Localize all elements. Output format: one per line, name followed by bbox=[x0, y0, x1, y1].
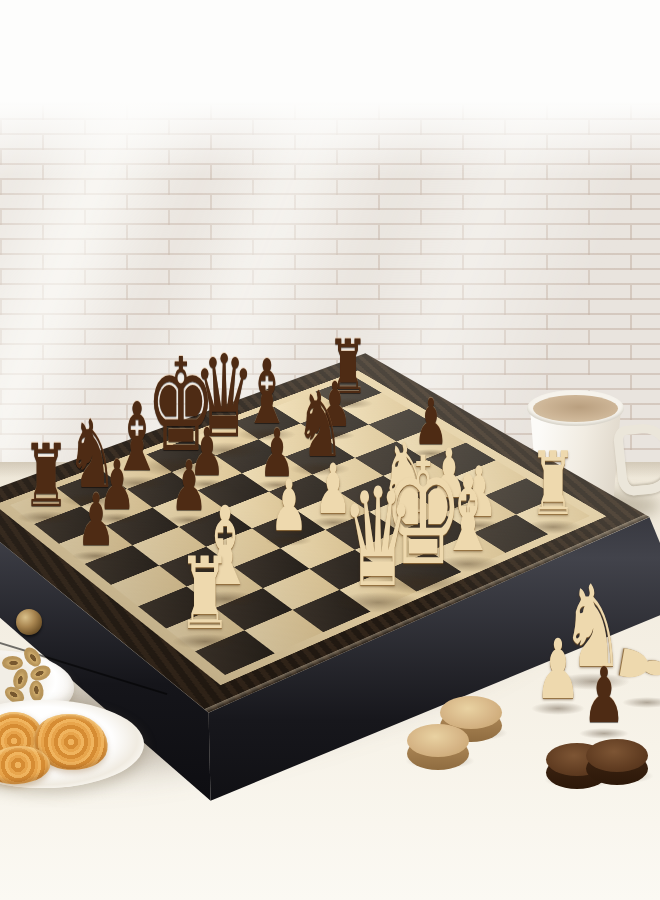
coffee-cup-handle bbox=[613, 421, 660, 497]
drawer-knob bbox=[16, 609, 42, 635]
piece-white-queen-d1[interactable]: ♛ bbox=[341, 469, 414, 605]
piece-black-pawn-a6[interactable]: ♟ bbox=[76, 486, 115, 558]
scene: ♜♞♝♚♛♝♜♟♟♟♟♟♟♞♟♟♟♝♞♟♜♟♛♚♝♜ ♞♟♟♟ bbox=[0, 0, 660, 900]
piece-black-pawn-loose[interactable]: ♟ bbox=[583, 658, 626, 735]
checker-top bbox=[586, 739, 648, 772]
piece-black-rook-a8[interactable]: ♜ bbox=[22, 433, 69, 520]
checker-disc-dark[interactable] bbox=[586, 739, 648, 787]
checker-top bbox=[407, 724, 469, 757]
coffee-surface bbox=[533, 395, 618, 422]
piece-white-pawn-d4[interactable]: ♟ bbox=[270, 472, 308, 543]
piece-white-pawn-loose[interactable]: ♟ bbox=[535, 628, 581, 711]
checker-disc-light[interactable] bbox=[407, 724, 469, 772]
piece-white-rook-h1[interactable]: ♜ bbox=[529, 441, 576, 529]
overexposed-top-area bbox=[0, 0, 660, 175]
piece-white-rook-a2[interactable]: ♜ bbox=[179, 544, 233, 643]
